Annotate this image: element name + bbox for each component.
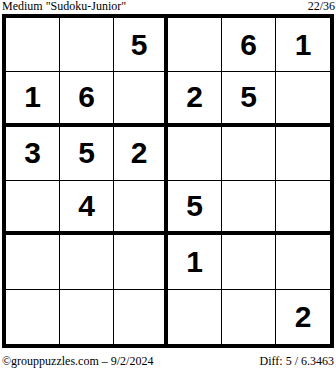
cell-r4c2: 4 — [60, 181, 114, 235]
cell-r2c1: 1 — [6, 72, 60, 126]
cell-r6c2[interactable] — [60, 290, 114, 344]
cell-r3c6[interactable] — [276, 127, 330, 181]
copyright-text: ©grouppuzzles.com – 9/2/2024 — [2, 354, 153, 368]
cell-r1c6: 1 — [276, 18, 330, 72]
cell-r3c3: 2 — [114, 127, 168, 181]
cell-r6c4[interactable] — [168, 290, 222, 344]
puzzle-title: Medium "Sudoku-Junior" — [2, 0, 126, 13]
cell-r5c1[interactable] — [6, 235, 60, 289]
cell-r2c5: 5 — [222, 72, 276, 126]
cell-r5c2[interactable] — [60, 235, 114, 289]
difficulty-text: Diff: 5 / 6.3463 — [260, 354, 334, 368]
cell-r1c5: 6 — [222, 18, 276, 72]
cell-r5c4: 1 — [168, 235, 222, 289]
cell-r6c6: 2 — [276, 290, 330, 344]
cell-r2c6[interactable] — [276, 72, 330, 126]
cell-r4c3[interactable] — [114, 181, 168, 235]
cell-r2c2: 6 — [60, 72, 114, 126]
cell-r5c5[interactable] — [222, 235, 276, 289]
sudoku-board: 5 6 1 1 6 2 5 3 5 2 4 5 1 2 — [2, 14, 334, 348]
cell-r1c3: 5 — [114, 18, 168, 72]
cell-r4c4: 5 — [168, 181, 222, 235]
header-bar: Medium "Sudoku-Junior" 22/36 — [2, 0, 335, 14]
cell-r3c2: 5 — [60, 127, 114, 181]
cell-r4c5[interactable] — [222, 181, 276, 235]
progress-counter: 22/36 — [308, 0, 335, 13]
cell-r4c1[interactable] — [6, 181, 60, 235]
cell-r6c1[interactable] — [6, 290, 60, 344]
cell-r3c1: 3 — [6, 127, 60, 181]
cell-r6c5[interactable] — [222, 290, 276, 344]
footer-bar: ©grouppuzzles.com – 9/2/2024 Diff: 5 / 6… — [2, 352, 334, 368]
cell-r5c3[interactable] — [114, 235, 168, 289]
cell-r3c4[interactable] — [168, 127, 222, 181]
cell-r1c2[interactable] — [60, 18, 114, 72]
cell-r6c3[interactable] — [114, 290, 168, 344]
cell-r2c4: 2 — [168, 72, 222, 126]
cell-r5c6[interactable] — [276, 235, 330, 289]
cell-r3c5[interactable] — [222, 127, 276, 181]
cell-r2c3[interactable] — [114, 72, 168, 126]
cell-r1c1[interactable] — [6, 18, 60, 72]
cell-r4c6[interactable] — [276, 181, 330, 235]
cell-r1c4[interactable] — [168, 18, 222, 72]
